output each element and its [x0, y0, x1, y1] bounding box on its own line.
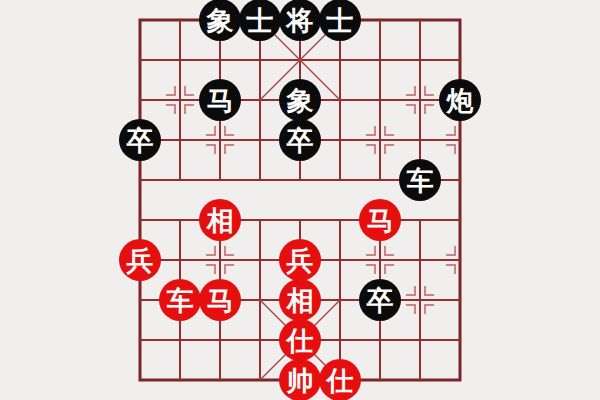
board-cell[interactable]	[320, 200, 360, 240]
piece-black-general[interactable]: 将	[279, 0, 321, 41]
board-cell[interactable]: 马	[360, 200, 400, 240]
board-cell[interactable]	[400, 280, 440, 320]
board-cell[interactable]	[360, 160, 400, 200]
board-cell[interactable]	[320, 80, 360, 120]
piece-black-horse[interactable]: 马	[199, 79, 241, 121]
piece-black-cannon[interactable]: 炮	[439, 79, 481, 121]
board-cell[interactable]	[360, 360, 400, 400]
board-cell[interactable]	[200, 360, 240, 400]
board-cell[interactable]	[440, 200, 480, 240]
board-cell[interactable]	[400, 0, 440, 40]
board-cell[interactable]	[320, 240, 360, 280]
board-cell[interactable]	[160, 160, 200, 200]
board-cell[interactable]	[200, 160, 240, 200]
board-cell[interactable]	[280, 160, 320, 200]
board-cell[interactable]	[200, 320, 240, 360]
piece-red-elephant[interactable]: 相	[279, 279, 321, 321]
board-cell[interactable]	[400, 360, 440, 400]
board-cell[interactable]	[240, 120, 280, 160]
board-cell[interactable]: 象	[280, 80, 320, 120]
board-cell[interactable]	[360, 0, 400, 40]
piece-red-chariot[interactable]: 车	[159, 279, 201, 321]
board-cell[interactable]	[240, 320, 280, 360]
board-cell[interactable]: 士	[320, 0, 360, 40]
board-cell[interactable]: 相	[280, 280, 320, 320]
piece-black-elephant[interactable]: 象	[199, 0, 241, 41]
piece-black-soldier[interactable]: 卒	[279, 119, 321, 161]
board-cell[interactable]	[240, 160, 280, 200]
board-cell[interactable]	[400, 200, 440, 240]
board-cell[interactable]	[440, 280, 480, 320]
piece-black-advisor[interactable]: 士	[239, 0, 281, 41]
board-cell[interactable]	[400, 120, 440, 160]
board-cell[interactable]: 帅	[280, 360, 320, 400]
board-cell[interactable]: 炮	[440, 80, 480, 120]
board-cell[interactable]: 仕	[280, 320, 320, 360]
board-cell[interactable]	[400, 80, 440, 120]
board-cell[interactable]	[160, 240, 200, 280]
board-cell[interactable]	[280, 40, 320, 80]
board-cell[interactable]	[440, 40, 480, 80]
piece-red-elephant[interactable]: 相	[199, 199, 241, 241]
board-cell[interactable]	[440, 120, 480, 160]
board-cell[interactable]: 仕	[320, 360, 360, 400]
board-cell[interactable]	[120, 280, 160, 320]
board-cell[interactable]	[400, 40, 440, 80]
board-cell[interactable]: 车	[160, 280, 200, 320]
board-cell[interactable]: 马	[200, 280, 240, 320]
board-cell[interactable]	[320, 40, 360, 80]
board-cell[interactable]	[160, 360, 200, 400]
board-cell[interactable]	[240, 200, 280, 240]
board-cell[interactable]: 士	[240, 0, 280, 40]
xiangqi-board[interactable]: 象士将士马象炮卒卒车相马兵兵车马相卒仕帅仕	[120, 0, 480, 400]
board-cell[interactable]	[320, 160, 360, 200]
board-cell[interactable]	[360, 120, 400, 160]
board-cell[interactable]	[440, 360, 480, 400]
board-cell[interactable]	[240, 360, 280, 400]
board-cell[interactable]	[320, 280, 360, 320]
board-cell[interactable]	[160, 200, 200, 240]
piece-black-advisor[interactable]: 士	[319, 0, 361, 41]
board-cell[interactable]	[440, 160, 480, 200]
piece-red-soldier[interactable]: 兵	[119, 239, 161, 281]
board-cell[interactable]	[120, 0, 160, 40]
piece-red-soldier[interactable]: 兵	[279, 239, 321, 281]
board-cell[interactable]	[120, 320, 160, 360]
piece-black-soldier[interactable]: 卒	[359, 279, 401, 321]
board-cell[interactable]	[240, 240, 280, 280]
board-cell[interactable]	[200, 120, 240, 160]
board-cell[interactable]: 兵	[120, 240, 160, 280]
board-cell[interactable]	[400, 320, 440, 360]
board-cell[interactable]	[360, 320, 400, 360]
piece-red-horse[interactable]: 马	[199, 279, 241, 321]
board-cell[interactable]	[200, 40, 240, 80]
piece-red-advisor[interactable]: 仕	[279, 319, 321, 361]
board-cell[interactable]	[240, 80, 280, 120]
piece-black-elephant[interactable]: 象	[279, 79, 321, 121]
board-cell[interactable]: 车	[400, 160, 440, 200]
board-cell[interactable]: 兵	[280, 240, 320, 280]
board-cell[interactable]: 将	[280, 0, 320, 40]
piece-black-soldier[interactable]: 卒	[119, 119, 161, 161]
board-cell[interactable]	[120, 360, 160, 400]
board-cell[interactable]: 卒	[360, 280, 400, 320]
board-cell[interactable]	[120, 40, 160, 80]
board-cell[interactable]	[240, 40, 280, 80]
board-cell[interactable]	[160, 40, 200, 80]
board-cell[interactable]	[200, 240, 240, 280]
board-cell[interactable]	[120, 200, 160, 240]
board-cell[interactable]	[160, 80, 200, 120]
board-cell[interactable]	[320, 120, 360, 160]
board-cell[interactable]: 相	[200, 200, 240, 240]
board-cell[interactable]	[240, 280, 280, 320]
board-cell[interactable]	[440, 0, 480, 40]
board-cell[interactable]	[400, 240, 440, 280]
board-cell[interactable]	[320, 320, 360, 360]
board-cell[interactable]	[440, 240, 480, 280]
board-cell[interactable]	[360, 40, 400, 80]
board-cell[interactable]	[160, 320, 200, 360]
board-cell[interactable]	[360, 240, 400, 280]
board-cell[interactable]	[360, 80, 400, 120]
xiangqi-screen: 象士将士马象炮卒卒车相马兵兵车马相卒仕帅仕	[0, 0, 600, 400]
board-cell[interactable]	[120, 80, 160, 120]
board-cell[interactable]: 卒	[120, 120, 160, 160]
board-cell[interactable]: 卒	[280, 120, 320, 160]
board-cell[interactable]: 象	[200, 0, 240, 40]
piece-black-chariot[interactable]: 车	[399, 159, 441, 201]
piece-red-general[interactable]: 帅	[279, 359, 321, 400]
piece-red-horse[interactable]: 马	[359, 199, 401, 241]
board-cell[interactable]	[280, 200, 320, 240]
board-cell[interactable]	[160, 0, 200, 40]
board-cell[interactable]: 马	[200, 80, 240, 120]
board-cell[interactable]	[440, 320, 480, 360]
piece-red-advisor[interactable]: 仕	[319, 359, 361, 400]
board-cell[interactable]	[120, 160, 160, 200]
board-cell[interactable]	[160, 120, 200, 160]
